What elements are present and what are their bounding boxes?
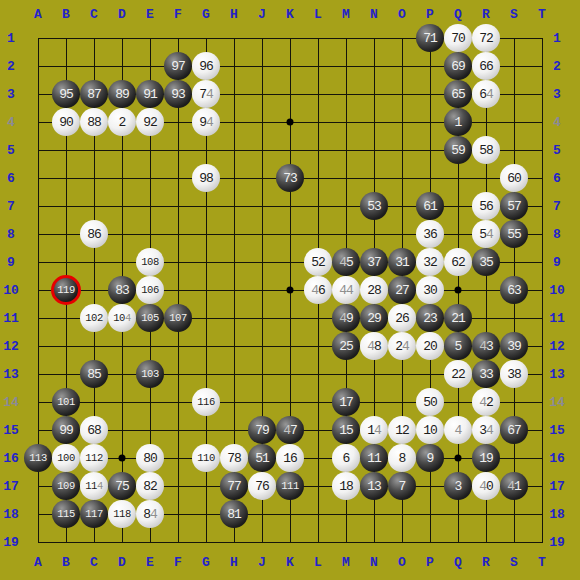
stone-R17: 40 (472, 472, 500, 500)
stone-number: 79 (255, 424, 269, 437)
stone-number: 105 (141, 313, 158, 324)
column-coordinate-label: B (62, 556, 70, 569)
go-board: AABBCCDDEEFFGGHHJJKKLLMMNNOOPPQQRRSSTT11… (0, 0, 580, 580)
stone-number: 39 (507, 340, 521, 353)
column-coordinate-label: G (202, 8, 210, 21)
stone-number: 31 (395, 256, 409, 269)
row-coordinate-label: 18 (549, 508, 565, 521)
stone-D17: 75 (108, 472, 136, 500)
stone-number: 8 (399, 452, 406, 465)
stone-number: 84 (143, 508, 157, 521)
row-coordinate-label: 16 (549, 452, 565, 465)
stone-Q12: 5 (444, 332, 472, 360)
column-coordinate-label: R (482, 556, 490, 569)
stone-P14: 50 (416, 388, 444, 416)
stone-E13: 103 (136, 360, 164, 388)
stone-C15: 68 (80, 416, 108, 444)
stone-O12: 24 (388, 332, 416, 360)
column-coordinate-label: Q (454, 556, 462, 569)
row-coordinate-label: 19 (549, 536, 565, 549)
stone-number: 60 (507, 172, 521, 185)
stone-O9: 31 (388, 248, 416, 276)
stone-Q17: 3 (444, 472, 472, 500)
stone-G14: 116 (192, 388, 220, 416)
stone-J15: 79 (248, 416, 276, 444)
stone-P1: 71 (416, 24, 444, 52)
stone-number: 68 (87, 424, 101, 437)
stone-number: 26 (395, 312, 409, 325)
stone-E16: 80 (136, 444, 164, 472)
stone-R7: 56 (472, 192, 500, 220)
stone-S10: 63 (500, 276, 528, 304)
stone-P9: 32 (416, 248, 444, 276)
stone-number: 90 (59, 116, 73, 129)
stone-number: 107 (169, 313, 186, 324)
stone-E10: 106 (136, 276, 164, 304)
stone-number: 74 (199, 88, 213, 101)
stone-number: 27 (395, 284, 409, 297)
stone-F11: 107 (164, 304, 192, 332)
stone-R8: 54 (472, 220, 500, 248)
row-coordinate-label: 19 (3, 536, 19, 549)
column-coordinate-label: G (202, 556, 210, 569)
column-coordinate-label: D (118, 556, 126, 569)
stone-Q15: 4 (444, 416, 472, 444)
stone-O11: 26 (388, 304, 416, 332)
stone-Q5: 59 (444, 136, 472, 164)
stone-number: 53 (367, 200, 381, 213)
stone-number: 99 (59, 424, 73, 437)
column-coordinate-label: E (146, 8, 154, 21)
stone-number: 112 (85, 453, 102, 464)
stone-M10: 44 (332, 276, 360, 304)
column-coordinate-label: D (118, 8, 126, 21)
stone-number: 108 (141, 257, 158, 268)
stone-B18: 115 (52, 500, 80, 528)
column-coordinate-label: O (398, 556, 406, 569)
stone-B10-last-move: 119 (51, 275, 81, 305)
stone-L10: 46 (304, 276, 332, 304)
row-coordinate-label: 2 (7, 60, 15, 73)
stone-number: 28 (367, 284, 381, 297)
stone-number: 50 (423, 396, 437, 409)
stone-H18: 81 (220, 500, 248, 528)
stone-number: 29 (367, 312, 381, 325)
stone-S12: 39 (500, 332, 528, 360)
stone-number: 61 (423, 200, 437, 213)
column-coordinate-label: N (370, 556, 378, 569)
column-coordinate-label: C (90, 556, 98, 569)
stone-number: 77 (227, 480, 241, 493)
stone-R5: 58 (472, 136, 500, 164)
stone-number: 93 (171, 88, 185, 101)
star-point-K4 (287, 119, 294, 126)
stone-number: 34 (479, 424, 493, 437)
row-coordinate-label: 14 (549, 396, 565, 409)
column-coordinate-label: P (426, 8, 434, 21)
row-coordinate-label: 2 (553, 60, 561, 73)
stone-number: 37 (367, 256, 381, 269)
stone-number: 38 (507, 368, 521, 381)
stone-number: 24 (395, 340, 409, 353)
stone-B3: 95 (52, 80, 80, 108)
stone-D10: 83 (108, 276, 136, 304)
stone-R12: 43 (472, 332, 500, 360)
column-coordinate-label: S (510, 556, 518, 569)
stone-S7: 57 (500, 192, 528, 220)
column-coordinate-label: R (482, 8, 490, 21)
stone-number: 100 (57, 453, 74, 464)
stone-number: 30 (423, 284, 437, 297)
stone-E18: 84 (136, 500, 164, 528)
stone-number: 42 (479, 396, 493, 409)
stone-number: 117 (85, 509, 102, 520)
stone-M15: 15 (332, 416, 360, 444)
stone-B15: 99 (52, 416, 80, 444)
stone-number: 82 (143, 480, 157, 493)
column-coordinate-label: H (230, 8, 238, 21)
stone-number: 114 (85, 481, 102, 492)
column-coordinate-label: H (230, 556, 238, 569)
stone-C13: 85 (80, 360, 108, 388)
stone-number: 17 (339, 396, 353, 409)
row-coordinate-label: 3 (553, 88, 561, 101)
stone-B14: 101 (52, 388, 80, 416)
stone-C18: 117 (80, 500, 108, 528)
stone-N9: 37 (360, 248, 388, 276)
stone-G16: 110 (192, 444, 220, 472)
column-coordinate-label: L (314, 8, 322, 21)
stone-E9: 108 (136, 248, 164, 276)
column-coordinate-label: T (538, 8, 546, 21)
stone-D3: 89 (108, 80, 136, 108)
stone-O16: 8 (388, 444, 416, 472)
stone-number: 40 (479, 480, 493, 493)
stone-number: 32 (423, 256, 437, 269)
stone-number: 2 (119, 116, 126, 129)
row-coordinate-label: 14 (3, 396, 19, 409)
row-coordinate-label: 1 (553, 32, 561, 45)
stone-number: 47 (283, 424, 297, 437)
stone-number: 9 (427, 452, 434, 465)
row-coordinate-label: 17 (3, 480, 19, 493)
stone-G6: 98 (192, 164, 220, 192)
stone-F2: 97 (164, 52, 192, 80)
column-coordinate-label: F (174, 556, 182, 569)
stone-R9: 35 (472, 248, 500, 276)
stone-G2: 96 (192, 52, 220, 80)
stone-number: 10 (423, 424, 437, 437)
row-coordinate-label: 17 (549, 480, 565, 493)
stone-Q3: 65 (444, 80, 472, 108)
stone-number: 94 (199, 116, 213, 129)
stone-E4: 92 (136, 108, 164, 136)
stone-R2: 66 (472, 52, 500, 80)
stone-Q11: 21 (444, 304, 472, 332)
stone-number: 113 (29, 453, 46, 464)
stone-number: 111 (281, 481, 298, 492)
stone-number: 106 (141, 285, 158, 296)
stone-Q4: 1 (444, 108, 472, 136)
stone-number: 64 (479, 88, 493, 101)
stone-number: 59 (451, 144, 465, 157)
stone-number: 66 (479, 60, 493, 73)
star-point-Q10 (455, 287, 462, 294)
row-coordinate-label: 10 (549, 284, 565, 297)
stone-number: 36 (423, 228, 437, 241)
stone-number: 72 (479, 32, 493, 45)
row-coordinate-label: 5 (553, 144, 561, 157)
stone-number: 101 (57, 397, 74, 408)
stone-F3: 93 (164, 80, 192, 108)
stone-P15: 10 (416, 416, 444, 444)
stone-K6: 73 (276, 164, 304, 192)
stone-number: 95 (59, 88, 73, 101)
row-coordinate-label: 8 (7, 228, 15, 241)
row-coordinate-label: 15 (549, 424, 565, 437)
column-coordinate-label: O (398, 8, 406, 21)
row-coordinate-label: 7 (553, 200, 561, 213)
stone-B17: 109 (52, 472, 80, 500)
stone-number: 70 (451, 32, 465, 45)
column-coordinate-label: P (426, 556, 434, 569)
stone-S13: 38 (500, 360, 528, 388)
stone-number: 54 (479, 228, 493, 241)
stone-number: 20 (423, 340, 437, 353)
stone-O17: 7 (388, 472, 416, 500)
stone-P10: 30 (416, 276, 444, 304)
stone-D18: 118 (108, 500, 136, 528)
stone-K17: 111 (276, 472, 304, 500)
stone-number: 89 (115, 88, 129, 101)
stone-number: 13 (367, 480, 381, 493)
stone-number: 71 (423, 32, 437, 45)
star-point-K10 (287, 287, 294, 294)
row-coordinate-label: 8 (553, 228, 561, 241)
stone-number: 12 (395, 424, 409, 437)
stone-number: 22 (451, 368, 465, 381)
stone-number: 81 (227, 508, 241, 521)
stone-S6: 60 (500, 164, 528, 192)
stone-number: 19 (479, 452, 493, 465)
stone-P12: 20 (416, 332, 444, 360)
stone-C11: 102 (80, 304, 108, 332)
stone-Q9: 62 (444, 248, 472, 276)
stone-S8: 55 (500, 220, 528, 248)
stone-E11: 105 (136, 304, 164, 332)
stone-number: 98 (199, 172, 213, 185)
stone-Q1: 70 (444, 24, 472, 52)
stone-C3: 87 (80, 80, 108, 108)
stone-number: 44 (339, 284, 353, 297)
row-coordinate-label: 1 (7, 32, 15, 45)
stone-Q13: 22 (444, 360, 472, 388)
row-coordinate-label: 10 (3, 284, 19, 297)
stone-S15: 67 (500, 416, 528, 444)
stone-C4: 88 (80, 108, 108, 136)
column-coordinate-label: S (510, 8, 518, 21)
stone-H16: 78 (220, 444, 248, 472)
stone-number: 43 (479, 340, 493, 353)
stone-number: 115 (57, 509, 74, 520)
stone-number: 49 (339, 312, 353, 325)
stone-L9: 52 (304, 248, 332, 276)
stone-number: 45 (339, 256, 353, 269)
stone-C8: 86 (80, 220, 108, 248)
row-coordinate-label: 12 (3, 340, 19, 353)
column-coordinate-label: F (174, 8, 182, 21)
stone-number: 18 (339, 480, 353, 493)
row-coordinate-label: 18 (3, 508, 19, 521)
stone-E3: 91 (136, 80, 164, 108)
stone-number: 4 (455, 424, 462, 437)
column-coordinate-label: K (286, 8, 294, 21)
stone-A16: 113 (24, 444, 52, 472)
stone-number: 21 (451, 312, 465, 325)
stone-number: 97 (171, 60, 185, 73)
stone-number: 119 (57, 285, 74, 296)
stone-N15: 14 (360, 416, 388, 444)
stone-N12: 48 (360, 332, 388, 360)
stone-Q2: 69 (444, 52, 472, 80)
stone-N16: 11 (360, 444, 388, 472)
stone-number: 11 (367, 452, 381, 465)
stone-number: 86 (87, 228, 101, 241)
stone-N10: 28 (360, 276, 388, 304)
stone-number: 41 (507, 480, 521, 493)
stone-number: 14 (367, 424, 381, 437)
stone-C17: 114 (80, 472, 108, 500)
stone-number: 1 (455, 116, 462, 129)
column-coordinate-label: E (146, 556, 154, 569)
stone-number: 16 (283, 452, 297, 465)
stone-number: 87 (87, 88, 101, 101)
stone-R14: 42 (472, 388, 500, 416)
stone-G3: 74 (192, 80, 220, 108)
stone-number: 51 (255, 452, 269, 465)
row-coordinate-label: 16 (3, 452, 19, 465)
stone-number: 92 (143, 116, 157, 129)
star-point-Q16 (455, 455, 462, 462)
stone-number: 69 (451, 60, 465, 73)
stone-number: 52 (311, 256, 325, 269)
stone-P8: 36 (416, 220, 444, 248)
row-coordinate-label: 4 (553, 116, 561, 129)
column-coordinate-label: M (342, 556, 350, 569)
stone-number: 65 (451, 88, 465, 101)
stone-number: 109 (57, 481, 74, 492)
stone-P16: 9 (416, 444, 444, 472)
row-coordinate-label: 7 (7, 200, 15, 213)
stone-E17: 82 (136, 472, 164, 500)
row-coordinate-label: 6 (553, 172, 561, 185)
row-coordinate-label: 3 (7, 88, 15, 101)
column-coordinate-label: A (34, 8, 42, 21)
stone-number: 58 (479, 144, 493, 157)
stone-number: 103 (141, 369, 158, 380)
column-coordinate-label: M (342, 8, 350, 21)
stone-J17: 76 (248, 472, 276, 500)
stone-number: 67 (507, 424, 521, 437)
stone-J16: 51 (248, 444, 276, 472)
stone-D4: 2 (108, 108, 136, 136)
stone-number: 48 (367, 340, 381, 353)
column-coordinate-label: N (370, 8, 378, 21)
stone-O15: 12 (388, 416, 416, 444)
stone-number: 55 (507, 228, 521, 241)
column-coordinate-label: K (286, 556, 294, 569)
row-coordinate-label: 15 (3, 424, 19, 437)
column-coordinate-label: C (90, 8, 98, 21)
stone-number: 57 (507, 200, 521, 213)
row-coordinate-label: 4 (7, 116, 15, 129)
stone-D11: 104 (108, 304, 136, 332)
stone-N7: 53 (360, 192, 388, 220)
row-coordinate-label: 9 (7, 256, 15, 269)
stone-number: 6 (343, 452, 350, 465)
stone-number: 25 (339, 340, 353, 353)
row-coordinate-label: 5 (7, 144, 15, 157)
stone-number: 75 (115, 480, 129, 493)
stone-number: 88 (87, 116, 101, 129)
stone-K15: 47 (276, 416, 304, 444)
stone-P7: 61 (416, 192, 444, 220)
stone-number: 80 (143, 452, 157, 465)
stone-M17: 18 (332, 472, 360, 500)
stone-number: 73 (283, 172, 297, 185)
stone-number: 83 (115, 284, 129, 297)
stone-G4: 94 (192, 108, 220, 136)
row-coordinate-label: 13 (549, 368, 565, 381)
row-coordinate-label: 12 (549, 340, 565, 353)
row-coordinate-label: 13 (3, 368, 19, 381)
stone-R15: 34 (472, 416, 500, 444)
stone-number: 3 (455, 480, 462, 493)
stone-number: 56 (479, 200, 493, 213)
stone-M12: 25 (332, 332, 360, 360)
stone-N11: 29 (360, 304, 388, 332)
stone-number: 116 (197, 397, 214, 408)
stone-O10: 27 (388, 276, 416, 304)
stone-number: 110 (197, 453, 214, 464)
stone-number: 23 (423, 312, 437, 325)
stone-number: 96 (199, 60, 213, 73)
row-coordinate-label: 9 (553, 256, 561, 269)
stone-B16: 100 (52, 444, 80, 472)
stone-H17: 77 (220, 472, 248, 500)
stone-number: 91 (143, 88, 157, 101)
stone-P11: 23 (416, 304, 444, 332)
stone-number: 35 (479, 256, 493, 269)
stone-K16: 16 (276, 444, 304, 472)
stone-number: 104 (113, 313, 130, 324)
stone-number: 63 (507, 284, 521, 297)
stone-R3: 64 (472, 80, 500, 108)
stone-number: 46 (311, 284, 325, 297)
stone-N17: 13 (360, 472, 388, 500)
column-coordinate-label: A (34, 556, 42, 569)
stone-number: 102 (85, 313, 102, 324)
stone-number: 85 (87, 368, 101, 381)
stone-number: 33 (479, 368, 493, 381)
column-coordinate-label: T (538, 556, 546, 569)
stone-R1: 72 (472, 24, 500, 52)
column-coordinate-label: B (62, 8, 70, 21)
stone-number: 118 (113, 509, 130, 520)
column-coordinate-label: J (258, 556, 266, 569)
stone-M14: 17 (332, 388, 360, 416)
column-coordinate-label: L (314, 556, 322, 569)
